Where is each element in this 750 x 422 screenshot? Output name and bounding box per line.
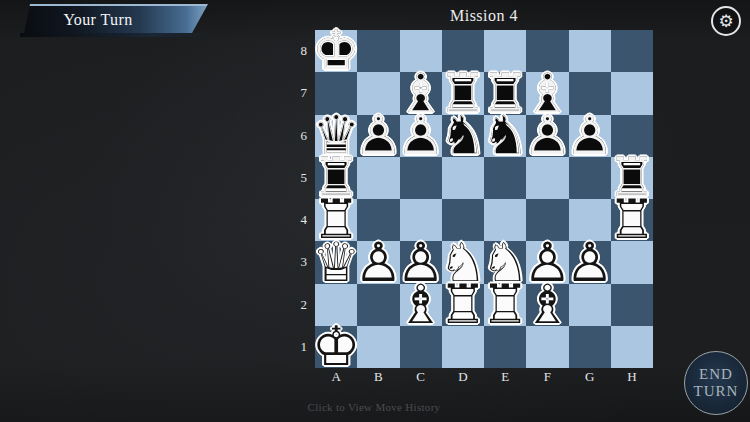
white-rook[interactable]: ♜♖ <box>439 278 487 332</box>
chess-board: ♚♔♝♗♜♖♜♖♝♗♛♕♟♙♟♙♞♘♞♘♟♙♟♙♜♖♜♖♜♖♜♖♛♕♟♙♟♙♞♘… <box>315 30 653 368</box>
end-turn-line2: TURN <box>694 383 739 400</box>
square-b3[interactable]: ♟♙ <box>357 241 399 283</box>
white-rook[interactable]: ♜♖ <box>608 193 656 247</box>
square-b8[interactable] <box>357 30 399 72</box>
white-queen-outline: ♕ <box>312 236 360 290</box>
square-b6[interactable]: ♟♙ <box>357 115 399 157</box>
black-knight-outline: ♘ <box>439 109 487 163</box>
square-f2[interactable]: ♝♗ <box>526 284 568 326</box>
end-turn-button[interactable]: END TURN <box>684 351 748 415</box>
rank-label-1: 1 <box>292 326 310 368</box>
rank-labels: 87654321 <box>292 30 310 368</box>
file-label-f: F <box>526 369 568 385</box>
square-c6[interactable]: ♟♙ <box>400 115 442 157</box>
black-pawn-outline: ♙ <box>396 109 444 163</box>
black-king[interactable]: ♚♔ <box>312 24 360 78</box>
turn-banner-label: Your Turn <box>24 7 172 33</box>
square-f6[interactable]: ♟♙ <box>526 115 568 157</box>
white-king[interactable]: ♚♔ <box>312 320 360 374</box>
black-pawn[interactable]: ♟♙ <box>396 109 444 163</box>
turn-banner: Your Turn <box>24 4 208 33</box>
black-pawn-outline: ♙ <box>565 109 613 163</box>
black-knight[interactable]: ♞♘ <box>481 109 529 163</box>
end-turn-line1: END <box>699 366 733 383</box>
move-history-hint[interactable]: Click to View Move History <box>274 401 474 413</box>
square-e6[interactable]: ♞♘ <box>484 115 526 157</box>
white-pawn-outline: ♙ <box>354 236 402 290</box>
square-a3[interactable]: ♛♕ <box>315 241 357 283</box>
white-pawn[interactable]: ♟♙ <box>354 236 402 290</box>
mission-title: Mission 4 <box>384 7 584 25</box>
black-knight-outline: ♘ <box>481 109 529 163</box>
file-labels: ABCDEFGH <box>315 369 653 385</box>
square-d2[interactable]: ♜♖ <box>442 284 484 326</box>
turn-banner-underline <box>20 33 210 37</box>
black-pawn[interactable]: ♟♙ <box>523 109 571 163</box>
square-g1[interactable] <box>569 326 611 368</box>
white-bishop[interactable]: ♝♗ <box>523 278 571 332</box>
square-h2[interactable] <box>611 284 653 326</box>
black-knight[interactable]: ♞♘ <box>439 109 487 163</box>
black-pawn-outline: ♙ <box>523 109 571 163</box>
rank-label-4: 4 <box>292 199 310 241</box>
game-screen: Your Turn Mission 4 ⚙ 87654321 ♚♔♝♗♜♖♜♖♝… <box>0 0 750 422</box>
rank-label-8: 8 <box>292 30 310 72</box>
square-g6[interactable]: ♟♙ <box>569 115 611 157</box>
square-d6[interactable]: ♞♘ <box>442 115 484 157</box>
white-bishop[interactable]: ♝♗ <box>396 278 444 332</box>
white-rook[interactable]: ♜♖ <box>481 278 529 332</box>
file-label-d: D <box>442 369 484 385</box>
black-king-outline: ♔ <box>312 24 360 78</box>
rank-label-5: 5 <box>292 157 310 199</box>
white-bishop-outline: ♗ <box>396 278 444 332</box>
file-label-b: B <box>357 369 399 385</box>
square-a8[interactable]: ♚♔ <box>315 30 357 72</box>
square-e2[interactable]: ♜♖ <box>484 284 526 326</box>
black-pawn-outline: ♙ <box>354 109 402 163</box>
rank-label-7: 7 <box>292 72 310 114</box>
white-bishop-outline: ♗ <box>523 278 571 332</box>
black-pawn[interactable]: ♟♙ <box>354 109 402 163</box>
square-h7[interactable] <box>611 72 653 114</box>
rank-label-2: 2 <box>292 284 310 326</box>
file-label-e: E <box>484 369 526 385</box>
square-g8[interactable] <box>569 30 611 72</box>
white-rook-outline: ♖ <box>608 193 656 247</box>
white-queen[interactable]: ♛♕ <box>312 236 360 290</box>
square-h4[interactable]: ♜♖ <box>611 199 653 241</box>
square-h8[interactable] <box>611 30 653 72</box>
square-c2[interactable]: ♝♗ <box>400 284 442 326</box>
white-pawn[interactable]: ♟♙ <box>565 236 613 290</box>
black-pawn[interactable]: ♟♙ <box>565 109 613 163</box>
white-pawn-outline: ♙ <box>565 236 613 290</box>
square-g3[interactable]: ♟♙ <box>569 241 611 283</box>
file-label-g: G <box>569 369 611 385</box>
rank-label-6: 6 <box>292 115 310 157</box>
white-king-outline: ♔ <box>312 320 360 374</box>
white-rook-outline: ♖ <box>439 278 487 332</box>
file-label-c: C <box>400 369 442 385</box>
square-h1[interactable] <box>611 326 653 368</box>
square-a1[interactable]: ♚♔ <box>315 326 357 368</box>
settings-button[interactable]: ⚙ <box>711 6 741 36</box>
rank-label-3: 3 <box>292 241 310 283</box>
gear-icon: ⚙ <box>718 13 733 30</box>
file-label-h: H <box>611 369 653 385</box>
white-rook-outline: ♖ <box>481 278 529 332</box>
square-b1[interactable] <box>357 326 399 368</box>
